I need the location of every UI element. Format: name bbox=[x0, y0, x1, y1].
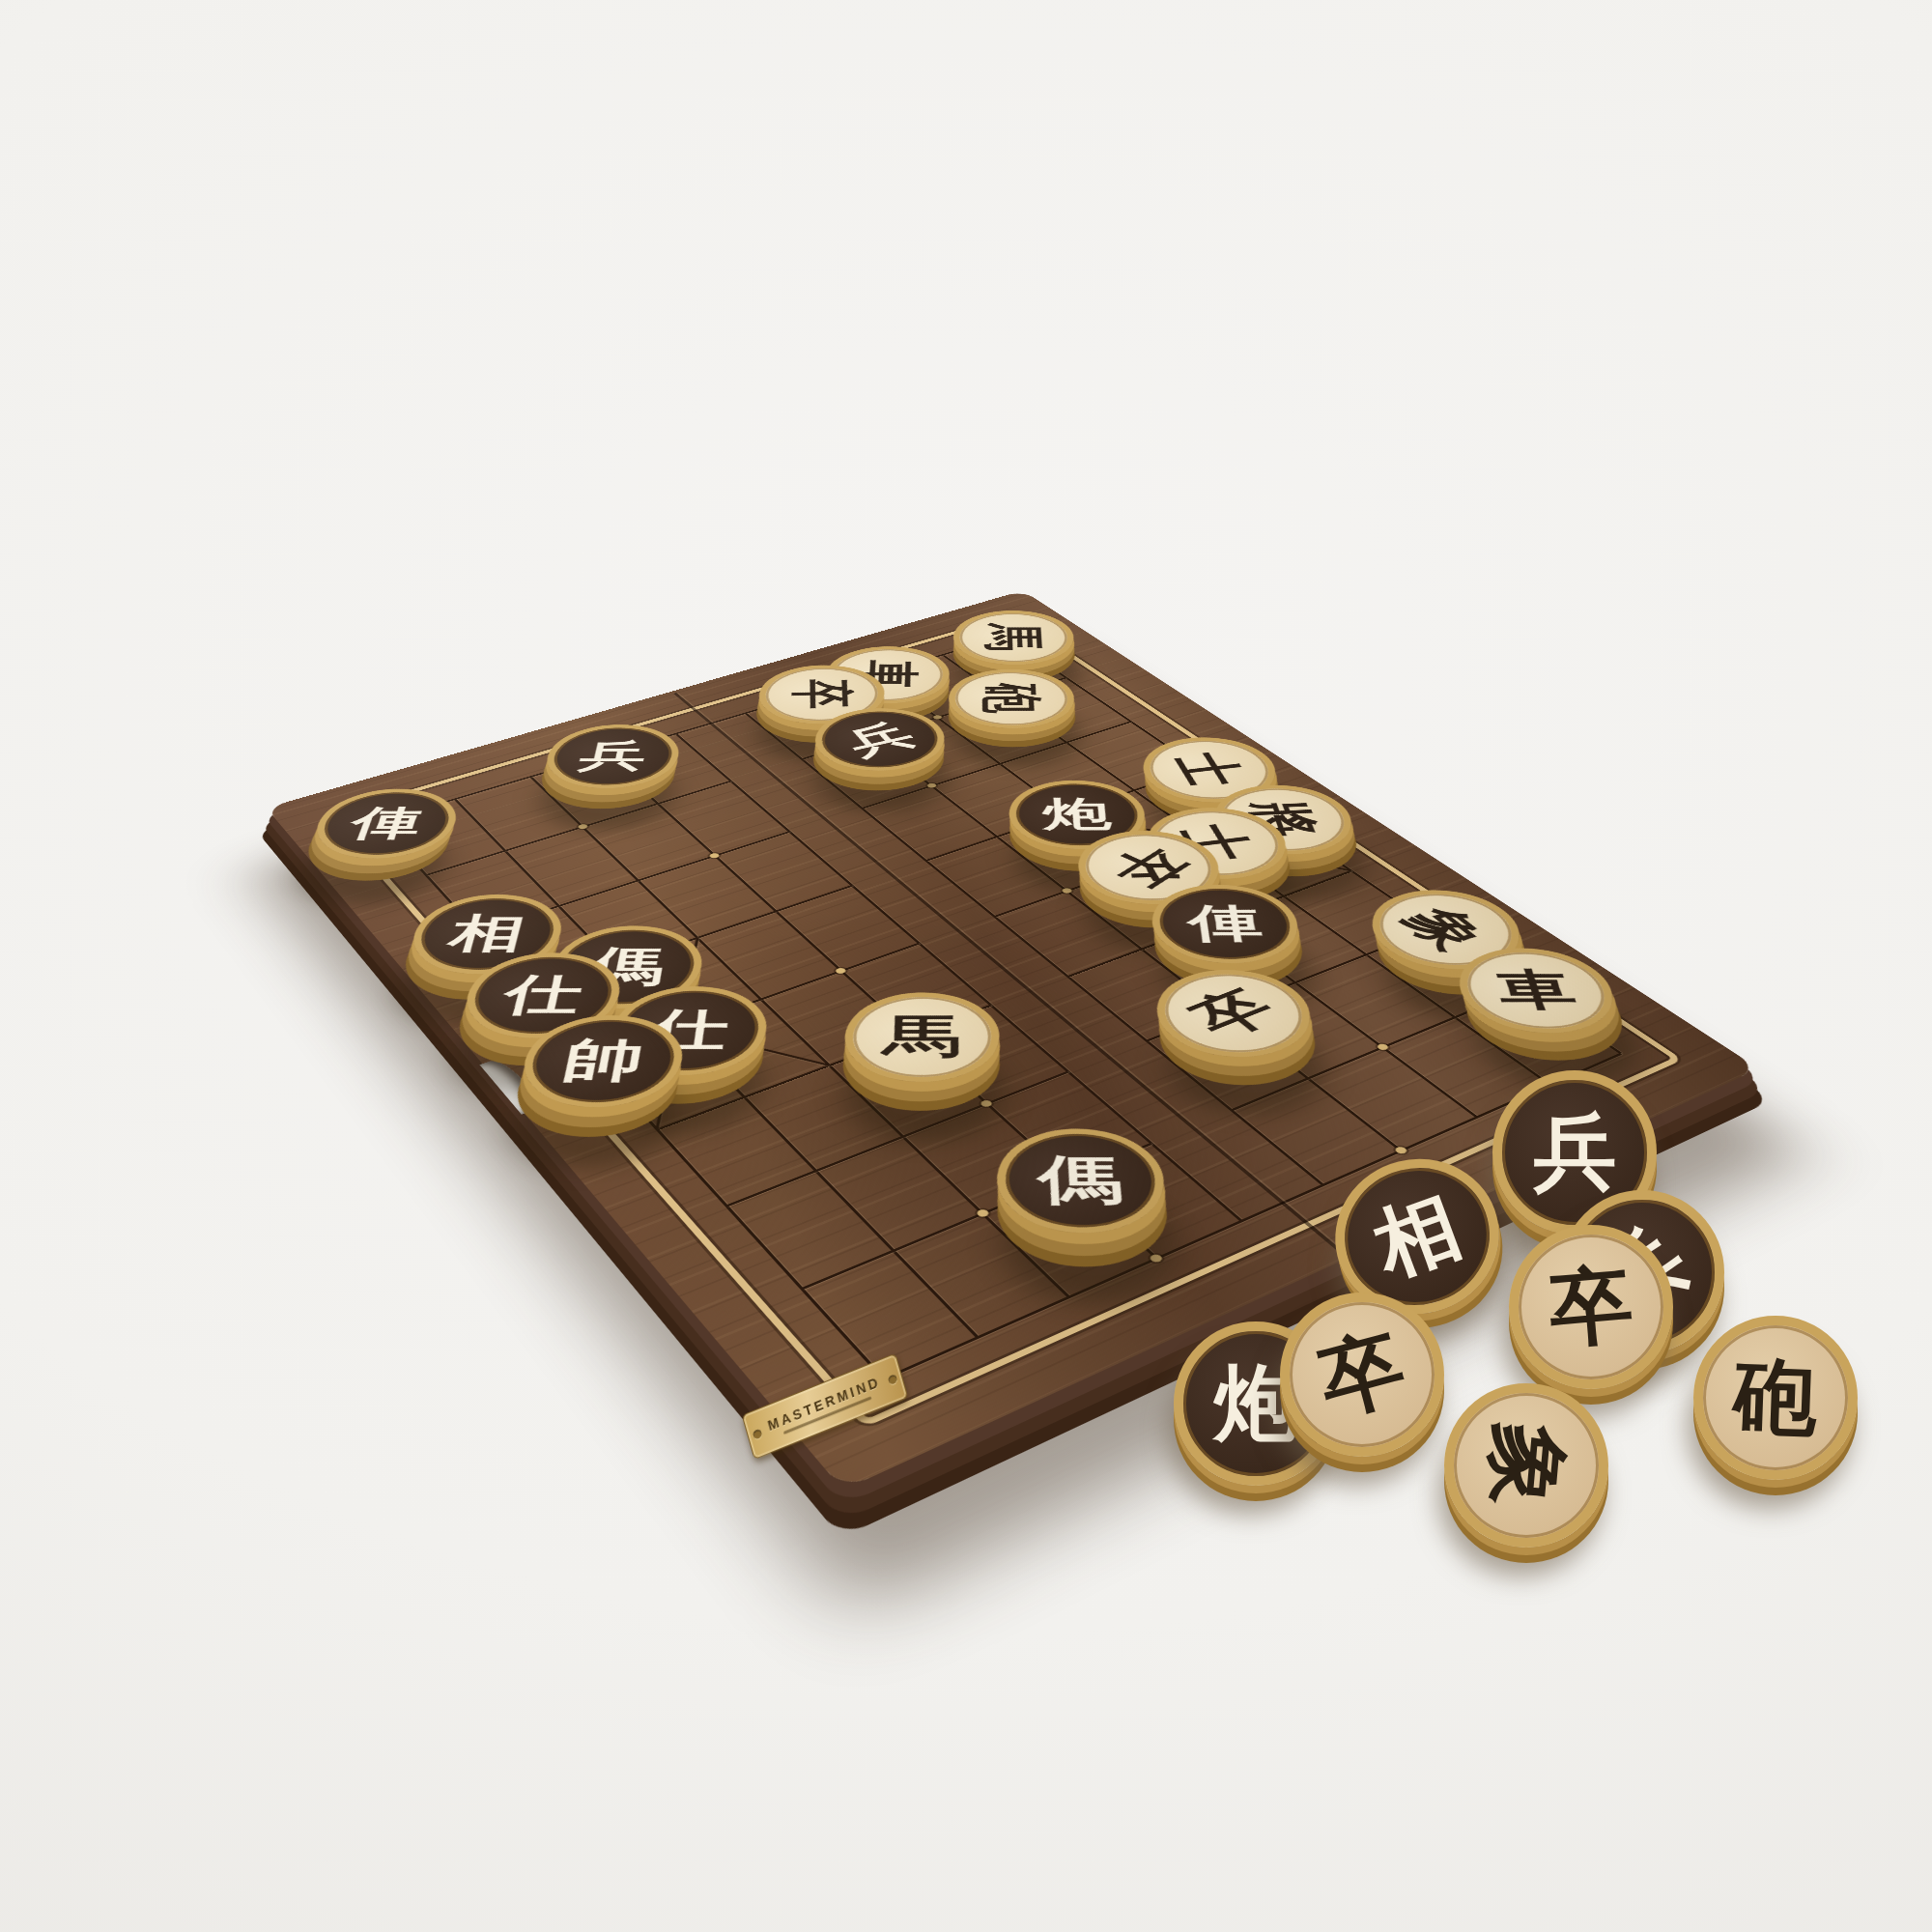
piece-red-chariot[interactable]: 俥 bbox=[298, 777, 478, 872]
piece-glyph: 車 bbox=[1492, 968, 1581, 1010]
piece-glyph: 馬 bbox=[983, 623, 1045, 650]
piece-glyph: 炮 bbox=[1041, 797, 1113, 832]
captured-piece-black-elephant[interactable]: 象 bbox=[1444, 1383, 1608, 1548]
plaque-screw-icon bbox=[888, 1374, 898, 1385]
piece-glyph: 卒 bbox=[1311, 1323, 1412, 1425]
piece-glyph: 傌 bbox=[1037, 1153, 1125, 1207]
piece-glyph: 卒 bbox=[1546, 1262, 1635, 1351]
piece-glyph: 士 bbox=[1168, 750, 1252, 789]
piece-glyph: 砲 bbox=[980, 683, 1044, 713]
piece-glyph: 砲 bbox=[1733, 1355, 1819, 1441]
captured-piece-black-soldier[interactable]: 卒 bbox=[1509, 1225, 1673, 1389]
piece-glyph: 兵 bbox=[1533, 1111, 1616, 1194]
piece-glyph: 兵 bbox=[837, 719, 923, 760]
plaque-screw-icon bbox=[753, 1429, 763, 1440]
piece-red-soldier[interactable]: 兵 bbox=[526, 713, 702, 801]
piece-glyph: 相 bbox=[1364, 1186, 1469, 1288]
piece-glyph: 卒 bbox=[1179, 982, 1288, 1043]
piece-glyph: 兵 bbox=[577, 740, 650, 772]
piece-glyph: 象 bbox=[1394, 902, 1498, 956]
piece-black-soldier[interactable]: 卒 bbox=[1126, 954, 1341, 1075]
piece-glyph: 帥 bbox=[559, 1037, 647, 1084]
piece-glyph: 卒 bbox=[1098, 841, 1198, 894]
piece-glyph: 卒 bbox=[790, 678, 854, 709]
piece-glyph: 俥 bbox=[1185, 903, 1264, 943]
captured-piece-black-soldier[interactable]: 卒 bbox=[1280, 1293, 1444, 1457]
piece-glyph: 象 bbox=[1481, 1420, 1571, 1510]
piece-glyph: 相 bbox=[444, 914, 529, 954]
photo-canvas: 馬車卒砲兵兵士炮將俥士卒俥象相傌車仕卒仕馬帥傌 兵相兵卒炮卒象砲 MASTERM… bbox=[0, 0, 1932, 1932]
pieces-layer: 馬車卒砲兵兵士炮將俥士卒俥象相傌車仕卒仕馬帥傌 bbox=[266, 590, 1022, 808]
captured-piece-black-cannon[interactable]: 砲 bbox=[1693, 1316, 1858, 1480]
piece-glyph: 馬 bbox=[883, 1013, 962, 1059]
piece-glyph: 仕 bbox=[499, 973, 585, 1016]
piece-glyph: 俥 bbox=[346, 806, 427, 840]
